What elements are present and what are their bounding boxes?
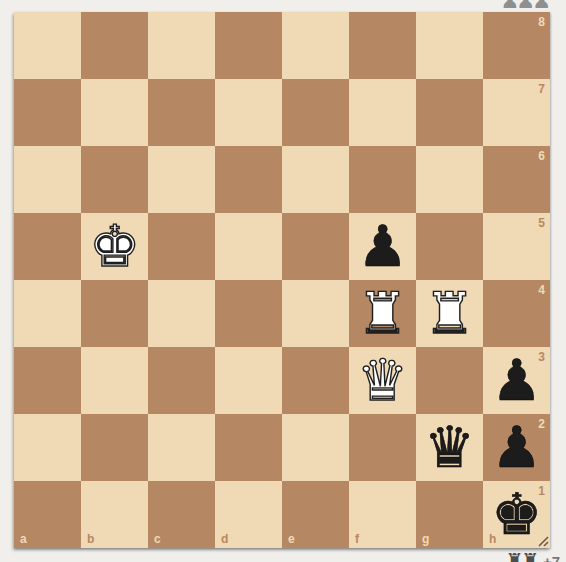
square-g8[interactable] [416,12,483,79]
captured-pieces-bottom: ♜♜ +7 [505,551,560,562]
chess-board: 876♚♟5♜♜4♛3♟♛2♟abcdefg1h♚ [14,12,550,548]
square-g2[interactable]: ♛ [416,414,483,481]
square-e8[interactable] [282,12,349,79]
square-a7[interactable] [14,79,81,146]
file-label-e: e [288,532,295,546]
rank-label-5: 5 [538,216,545,230]
file-label-d: d [221,532,228,546]
square-f8[interactable] [349,12,416,79]
square-a1[interactable]: a [14,481,81,548]
square-a3[interactable] [14,347,81,414]
square-b1[interactable]: b [81,481,148,548]
square-d3[interactable] [215,347,282,414]
square-e1[interactable]: e [282,481,349,548]
board-resize-handle[interactable] [535,533,549,547]
square-c1[interactable]: c [148,481,215,548]
square-b3[interactable] [81,347,148,414]
square-a2[interactable] [14,414,81,481]
square-f3[interactable]: ♛ [349,347,416,414]
square-g3[interactable] [416,347,483,414]
square-e7[interactable] [282,79,349,146]
square-c2[interactable] [148,414,215,481]
square-h4[interactable]: 4 [483,280,550,347]
square-f4[interactable]: ♜ [349,280,416,347]
square-a5[interactable] [14,213,81,280]
chess-app-screen: ♟♟♟ 876♚♟5♜♜4♛3♟♛2♟abcdefg1h♚ ♜♜ +7 [0,0,566,562]
square-e2[interactable] [282,414,349,481]
square-a4[interactable] [14,280,81,347]
square-a6[interactable] [14,146,81,213]
square-c6[interactable] [148,146,215,213]
square-f6[interactable] [349,146,416,213]
square-d5[interactable] [215,213,282,280]
square-c7[interactable] [148,79,215,146]
square-b8[interactable] [81,12,148,79]
square-d6[interactable] [215,146,282,213]
square-f5[interactable]: ♟ [349,213,416,280]
file-label-g: g [422,532,429,546]
square-c5[interactable] [148,213,215,280]
white-king-b5[interactable]: ♚ [81,213,148,280]
black-pawn-h2[interactable]: ♟ [483,414,550,481]
square-c4[interactable] [148,280,215,347]
captured-pawn-icons: ♟♟♟ [501,0,548,12]
rank-label-6: 6 [538,149,545,163]
square-e4[interactable] [282,280,349,347]
square-b6[interactable] [81,146,148,213]
square-c3[interactable] [148,347,215,414]
square-b4[interactable] [81,280,148,347]
square-g5[interactable] [416,213,483,280]
rank-label-4: 4 [538,283,545,297]
captured-pieces-top: ♟♟♟ [501,0,548,12]
white-queen-f3[interactable]: ♛ [349,347,416,414]
square-f2[interactable] [349,414,416,481]
square-e3[interactable] [282,347,349,414]
square-a8[interactable] [14,12,81,79]
black-pawn-f5[interactable]: ♟ [349,213,416,280]
square-d8[interactable] [215,12,282,79]
square-h2[interactable]: 2♟ [483,414,550,481]
square-f1[interactable]: f [349,481,416,548]
rank-label-7: 7 [538,82,545,96]
captured-rook-icons: ♜♜ [505,551,537,562]
square-d2[interactable] [215,414,282,481]
square-h3[interactable]: 3♟ [483,347,550,414]
black-queen-g2[interactable]: ♛ [416,414,483,481]
square-h5[interactable]: 5 [483,213,550,280]
file-label-a: a [20,532,27,546]
file-label-f: f [355,532,359,546]
square-h7[interactable]: 7 [483,79,550,146]
square-d1[interactable]: d [215,481,282,548]
square-f7[interactable] [349,79,416,146]
square-b5[interactable]: ♚ [81,213,148,280]
rank-label-8: 8 [538,15,545,29]
square-h8[interactable]: 8 [483,12,550,79]
material-advantage-label: +7 [543,553,560,562]
square-d7[interactable] [215,79,282,146]
file-label-b: b [87,532,94,546]
square-g6[interactable] [416,146,483,213]
square-g4[interactable]: ♜ [416,280,483,347]
square-h6[interactable]: 6 [483,146,550,213]
square-b7[interactable] [81,79,148,146]
square-g7[interactable] [416,79,483,146]
square-e6[interactable] [282,146,349,213]
black-pawn-h3[interactable]: ♟ [483,347,550,414]
white-rook-f4[interactable]: ♜ [349,280,416,347]
square-g1[interactable]: g [416,481,483,548]
square-b2[interactable] [81,414,148,481]
square-e5[interactable] [282,213,349,280]
square-d4[interactable] [215,280,282,347]
white-rook-g4[interactable]: ♜ [416,280,483,347]
square-c8[interactable] [148,12,215,79]
file-label-c: c [154,532,161,546]
